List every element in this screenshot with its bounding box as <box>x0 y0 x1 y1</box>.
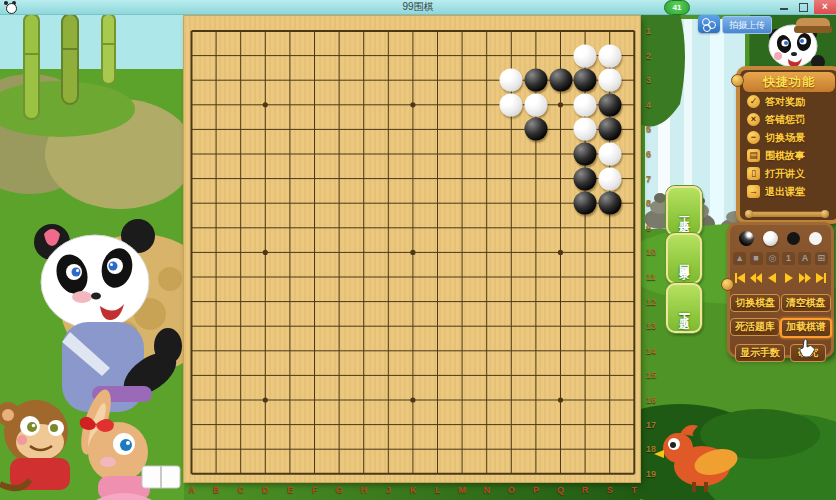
previous-problem-button[interactable]: 上一题 <box>666 186 702 236</box>
row-label: 6 <box>646 149 662 159</box>
square-marker[interactable]: ■ <box>750 252 763 265</box>
number-marker[interactable]: 1 <box>782 252 795 265</box>
quick-item-3[interactable]: ▤围棋故事 <box>747 147 836 164</box>
row-label: 12 <box>646 297 662 307</box>
close-button[interactable]: × <box>814 0 836 14</box>
black-stone[interactable] <box>574 167 597 190</box>
column-label: J <box>386 485 391 495</box>
black-stone[interactable] <box>574 192 597 215</box>
clear-board-button[interactable]: 清空棋盘 <box>781 294 831 312</box>
minus-circle-icon: − <box>747 131 760 144</box>
quick-panel-title: 快捷功能 <box>743 72 835 92</box>
column-label: B <box>213 485 220 495</box>
column-label: P <box>533 485 539 495</box>
black-stone[interactable] <box>574 69 597 92</box>
column-label: K <box>410 485 417 495</box>
grid-marker[interactable]: ⊞ <box>815 252 828 265</box>
quick-panel-handle-knob[interactable] <box>731 74 744 87</box>
hand-cursor-icon <box>798 338 816 358</box>
row-label: 17 <box>646 420 662 430</box>
white-stone[interactable] <box>574 118 597 141</box>
check-circle-icon: ✓ <box>747 95 760 108</box>
fast-rewind-button[interactable] <box>750 271 763 286</box>
black-flat-stone-tool[interactable] <box>787 232 800 245</box>
window-title: 99围棋 <box>0 0 836 14</box>
row-label: 1 <box>646 26 662 36</box>
show-move-numbers-button[interactable]: 显示手数 <box>735 344 785 362</box>
black-stone[interactable] <box>549 69 572 92</box>
column-label: H <box>360 485 367 495</box>
column-label: R <box>582 485 589 495</box>
exit-icon: → <box>747 185 760 198</box>
control-panel-handle-knob[interactable] <box>721 278 734 291</box>
back-to-catalog-button[interactable]: 回目录 <box>666 233 702 284</box>
document-icon: ▯ <box>747 167 760 180</box>
fast-forward-button[interactable] <box>798 271 811 286</box>
row-label: 11 <box>646 272 662 282</box>
row-label: 9 <box>646 223 662 233</box>
quick-item-label: 退出课堂 <box>765 185 805 199</box>
quick-item-label: 答错惩罚 <box>765 113 805 127</box>
column-label: Q <box>557 485 564 495</box>
quick-item-2[interactable]: −切换场景 <box>747 129 836 146</box>
column-label: M <box>458 485 466 495</box>
white-stone[interactable] <box>500 93 523 116</box>
titlebar: 99围棋 41 × <box>0 0 836 15</box>
row-label: 15 <box>646 370 662 380</box>
tsumego-library-button[interactable]: 死活题库 <box>730 318 780 336</box>
row-label: 18 <box>646 444 662 454</box>
white-stone[interactable] <box>598 44 621 67</box>
quick-item-label: 打开讲义 <box>765 167 805 181</box>
go-board[interactable] <box>184 16 640 482</box>
cross-circle-icon: × <box>747 113 760 126</box>
column-label: L <box>435 485 441 495</box>
step-forward-button[interactable] <box>782 271 795 286</box>
white-stone[interactable] <box>598 167 621 190</box>
app-window: 99围棋 41 × ABCDEFGHJKLMNOPQRST12345678910… <box>0 0 836 500</box>
last-move-button[interactable] <box>815 271 828 286</box>
row-label: 2 <box>646 51 662 61</box>
quick-item-5[interactable]: →退出课堂 <box>747 183 836 200</box>
quick-item-4[interactable]: ▯打开讲义 <box>747 165 836 182</box>
quick-item-0[interactable]: ✓答对奖励 <box>747 93 836 110</box>
column-label: C <box>237 485 244 495</box>
quick-item-1[interactable]: ×答错惩罚 <box>747 111 836 128</box>
upload-label: 拍摄上传 <box>722 16 772 34</box>
quick-item-label: 切换场景 <box>765 131 805 145</box>
white-flat-stone-tool[interactable] <box>809 232 822 245</box>
white-stone-tool[interactable] <box>763 231 778 246</box>
upload-button[interactable]: 拍摄上传 <box>698 15 772 33</box>
black-stone[interactable] <box>524 118 547 141</box>
white-stone[interactable] <box>574 93 597 116</box>
black-stone[interactable] <box>598 118 621 141</box>
letter-marker[interactable]: A <box>798 252 811 265</box>
column-label: N <box>483 485 490 495</box>
row-label: 5 <box>646 124 662 134</box>
black-stone[interactable] <box>598 192 621 215</box>
quick-item-label: 围棋故事 <box>765 149 805 163</box>
maximize-button[interactable] <box>794 0 812 14</box>
board-grid[interactable] <box>184 16 640 482</box>
white-stone[interactable] <box>524 93 547 116</box>
quick-function-panel: 快捷功能 ✓答对奖励×答错惩罚−切换场景▤围棋故事▯打开讲义→退出课堂 <box>736 66 836 224</box>
column-label: A <box>188 485 195 495</box>
triangle-marker[interactable]: ▲ <box>733 252 746 265</box>
book-icon: ▤ <box>747 149 760 162</box>
circle-marker[interactable]: ◎ <box>766 252 779 265</box>
next-problem-button[interactable]: 下一题 <box>666 283 702 333</box>
black-stone[interactable] <box>574 143 597 166</box>
row-label: 19 <box>646 469 662 479</box>
row-label: 3 <box>646 75 662 85</box>
column-label: E <box>287 485 293 495</box>
white-stone[interactable] <box>574 44 597 67</box>
first-move-button[interactable] <box>733 271 746 286</box>
left-scene-art <box>0 14 184 500</box>
row-label: 8 <box>646 198 662 208</box>
row-label: 13 <box>646 321 662 331</box>
load-kifu-button[interactable]: 加载棋谱 <box>780 318 832 338</box>
row-label: 4 <box>646 100 662 110</box>
white-stone[interactable] <box>598 69 621 92</box>
column-label: G <box>336 485 343 495</box>
row-label: 10 <box>646 247 662 257</box>
share-cloud-icon <box>698 15 720 33</box>
quick-item-label: 答对奖励 <box>765 95 805 109</box>
white-stone[interactable] <box>500 69 523 92</box>
quick-panel-slider[interactable] <box>748 211 826 217</box>
column-label: F <box>312 485 318 495</box>
column-label: T <box>632 485 638 495</box>
step-back-button[interactable] <box>766 271 779 286</box>
white-stone[interactable] <box>598 143 621 166</box>
row-label: 16 <box>646 395 662 405</box>
black-stone-tool[interactable] <box>739 231 754 246</box>
black-stone[interactable] <box>524 69 547 92</box>
column-label: S <box>607 485 613 495</box>
row-label: 14 <box>646 346 662 356</box>
column-label: D <box>262 485 269 495</box>
black-stone[interactable] <box>598 93 621 116</box>
row-label: 7 <box>646 174 662 184</box>
minimize-button[interactable] <box>775 0 793 14</box>
board-control-panel: ▲■◎1A⊞ 切换棋盘 清空棋盘 死活题库 加载棋谱 显示手数 研究 <box>727 222 834 358</box>
switch-board-button[interactable]: 切换棋盘 <box>730 294 780 312</box>
column-label: O <box>508 485 515 495</box>
fps-badge: 41 <box>664 0 690 15</box>
